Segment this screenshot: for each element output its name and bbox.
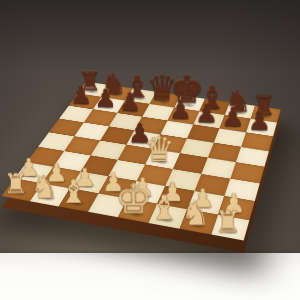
square-c1: ♝ <box>59 188 99 211</box>
square-h6 <box>241 132 273 151</box>
square-h7: ♟ <box>246 119 277 137</box>
square-c7: ♟ <box>117 100 149 116</box>
piece-black-pawn-h7: ♟ <box>238 108 281 134</box>
piece-white-rook-h1: ♜ <box>202 207 254 236</box>
square-e4: ♛ <box>145 149 180 169</box>
piece-white-bishop-c1: ♝ <box>49 176 98 208</box>
photo-bottom-margin <box>0 253 300 300</box>
square-h1: ♜ <box>211 215 249 241</box>
piece-white-queen-e4: ♛ <box>136 132 181 166</box>
chess-set-photo: ♜♞♝♛♚♝♞♜♟♟♟♟♟♟♟♟♛♟♟♟♟♟♟♟♟♜♞♝♚♝♞♜ <box>0 0 300 300</box>
square-h5 <box>236 147 269 167</box>
piece-black-pawn-c7: ♟ <box>110 89 151 114</box>
